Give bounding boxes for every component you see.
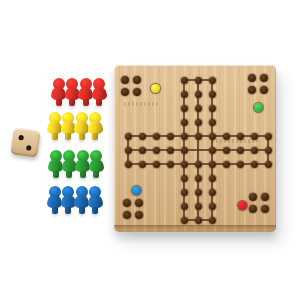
home-base-hole-bottom_right (261, 193, 269, 201)
board-hole (209, 119, 216, 126)
home-base-hole-top_right (260, 86, 268, 94)
board-hole (265, 133, 272, 140)
board-hole (223, 161, 230, 168)
board-hole (209, 217, 216, 224)
home-base-hole-top_left (121, 88, 129, 96)
peg-blue-4[interactable] (87, 186, 104, 214)
home-base-hole-bottom_right (261, 205, 269, 213)
board-hole (195, 203, 202, 210)
home-base-hole-top_left (133, 88, 141, 96)
ludo-board (114, 65, 276, 232)
peg-foot (69, 99, 75, 106)
peg-green-4[interactable] (88, 150, 105, 178)
board-hole (181, 189, 188, 196)
board-hole (265, 161, 272, 168)
start-marker-green (254, 103, 263, 112)
peg-foot (66, 171, 72, 178)
board-hole (251, 133, 258, 140)
board-hole (125, 161, 132, 168)
board-hole (181, 77, 188, 84)
peg-foot (52, 207, 58, 214)
board-hole (209, 91, 216, 98)
board-hole (195, 189, 202, 196)
peg-foot (83, 99, 89, 106)
engraved-line (127, 149, 269, 151)
start-marker-blue (132, 186, 141, 195)
board-hole (181, 217, 188, 224)
board-hole (251, 147, 258, 154)
board-hole (181, 147, 188, 154)
board-hole (251, 161, 258, 168)
home-base-hole-top_left (133, 76, 141, 84)
board-hole (167, 133, 174, 140)
board-hole (167, 147, 174, 154)
board-hole (181, 161, 188, 168)
board-hole (209, 161, 216, 168)
board-hole (237, 161, 244, 168)
board-hole (209, 105, 216, 112)
board-hole (209, 203, 216, 210)
home-base-hole-bottom_right (249, 205, 257, 213)
start-marker-red (238, 201, 247, 210)
board-hole (181, 91, 188, 98)
board-hole (209, 189, 216, 196)
home-base-hole-top_right (248, 74, 256, 82)
start-marker-yellow (151, 84, 160, 93)
home-base-hole-top_left (121, 76, 129, 84)
peg-foot (96, 99, 102, 106)
home-base-hole-top_right (260, 74, 268, 82)
board-hole (195, 105, 202, 112)
peg-foot (92, 133, 98, 140)
board-hole (139, 147, 146, 154)
home-base-hole-bottom_left (135, 199, 143, 207)
board-hole (125, 147, 132, 154)
faint-engraving (124, 102, 158, 106)
board-hole (209, 133, 216, 140)
peg-foot (92, 207, 98, 214)
board-hole (209, 77, 216, 84)
die-pip (25, 145, 31, 151)
board-hole (195, 161, 202, 168)
peg-foot (79, 207, 85, 214)
board-hole (195, 217, 202, 224)
board-hole (139, 133, 146, 140)
peg-foot (93, 171, 99, 178)
board-hole (181, 203, 188, 210)
board-hole (195, 77, 202, 84)
board-hole (195, 91, 202, 98)
wooden-die[interactable] (10, 127, 40, 157)
home-base-hole-bottom_left (135, 211, 143, 219)
product-photo (0, 0, 300, 300)
board-hole (237, 133, 244, 140)
board-hole (209, 175, 216, 182)
board-hole (195, 133, 202, 140)
peg-red-4[interactable] (91, 78, 108, 106)
peg-foot (65, 207, 71, 214)
board-hole (181, 119, 188, 126)
faint-engraving (212, 139, 258, 143)
peg-yellow-4[interactable] (87, 112, 104, 140)
board-hole (181, 175, 188, 182)
home-base-hole-bottom_right (249, 193, 257, 201)
board-hole (265, 147, 272, 154)
peg-foot (53, 171, 59, 178)
peg-foot (79, 133, 85, 140)
peg-foot (80, 171, 86, 178)
home-base-hole-top_right (248, 86, 256, 94)
board-hole (223, 147, 230, 154)
board-hole (125, 133, 132, 140)
board-hole (181, 105, 188, 112)
board-hole (223, 133, 230, 140)
board-hole (209, 147, 216, 154)
board-hole (153, 133, 160, 140)
board-hole (237, 147, 244, 154)
home-base-hole-bottom_left (123, 199, 131, 207)
board-hole (167, 161, 174, 168)
peg-foot (52, 133, 58, 140)
home-base-hole-bottom_left (123, 211, 131, 219)
board-hole (153, 161, 160, 168)
board-hole (153, 147, 160, 154)
board-hole (195, 175, 202, 182)
die-pip (18, 135, 24, 141)
board-hole (181, 133, 188, 140)
peg-foot (56, 99, 62, 106)
board-hole (195, 119, 202, 126)
board-hole (139, 161, 146, 168)
peg-foot (65, 133, 71, 140)
